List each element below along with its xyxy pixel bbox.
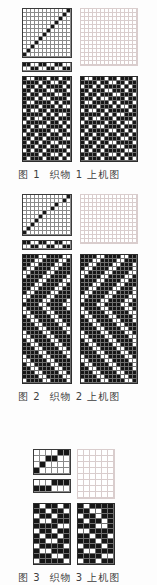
figure-1-top-row xyxy=(22,8,157,72)
tieup-empty-grid xyxy=(77,449,115,499)
grid-cell xyxy=(67,245,71,249)
grid-cell xyxy=(133,61,137,65)
threading-grid xyxy=(33,449,71,475)
grid-cell xyxy=(64,468,70,474)
figure-2-top-row xyxy=(22,194,157,250)
figure-1: 图 1 织物 1 上机图 xyxy=(0,0,157,181)
grid-cell xyxy=(108,492,114,498)
grid-cell xyxy=(108,559,114,564)
grid-cell xyxy=(67,67,71,71)
weave-grid xyxy=(22,254,72,384)
weave-grid xyxy=(22,76,72,162)
threading-grid xyxy=(22,194,72,236)
caption-title: 织物 1 上机图 xyxy=(50,168,121,181)
weave-grid xyxy=(33,503,71,565)
grid-cell xyxy=(64,486,70,492)
tieup-empty-grid xyxy=(80,194,138,244)
page: 图 1 织物 1 上机图 图 2 织物 2 上机图 xyxy=(0,0,157,585)
grid-cell xyxy=(133,239,137,243)
figure-3-bottom-row xyxy=(33,503,157,565)
lifting-plan-grid xyxy=(80,254,138,384)
threading-grid xyxy=(22,8,72,58)
grid-cell xyxy=(67,379,71,383)
grid-cell xyxy=(64,559,70,564)
caption-title: 织物 2 上机图 xyxy=(50,390,121,403)
figure-caption: 图 3 织物 3 上机图 xyxy=(18,571,157,584)
caption-fig-number: 图 1 xyxy=(18,168,41,181)
denting-grid xyxy=(33,479,71,493)
figure-caption: 图 2 织物 2 上机图 xyxy=(18,390,157,403)
figure-1-left-column xyxy=(22,8,72,72)
figure-2-bottom-row xyxy=(22,254,157,384)
denting-grid xyxy=(22,62,72,72)
figure-2-left-column xyxy=(22,194,72,250)
figure-2: 图 2 织物 2 上机图 xyxy=(0,194,157,403)
caption-fig-number: 图 2 xyxy=(18,390,41,403)
grid-cell xyxy=(133,379,137,383)
figure-1-bottom-row xyxy=(22,76,157,162)
caption-title: 织物 3 上机图 xyxy=(50,571,121,584)
grid-cell xyxy=(67,157,71,161)
grid-cell xyxy=(133,157,137,161)
figure-3-left-column xyxy=(33,449,71,493)
figure-3-top-row xyxy=(33,449,157,499)
lifting-plan-grid xyxy=(77,503,115,565)
denting-grid xyxy=(22,240,72,250)
figure-3: 图 3 织物 3 上机图 xyxy=(0,449,157,584)
lifting-plan-grid xyxy=(80,76,138,162)
tieup-empty-grid xyxy=(80,8,138,66)
caption-fig-number: 图 3 xyxy=(18,571,41,584)
figure-caption: 图 1 织物 1 上机图 xyxy=(18,168,157,181)
grid-cell xyxy=(67,231,71,235)
grid-cell xyxy=(67,53,71,57)
